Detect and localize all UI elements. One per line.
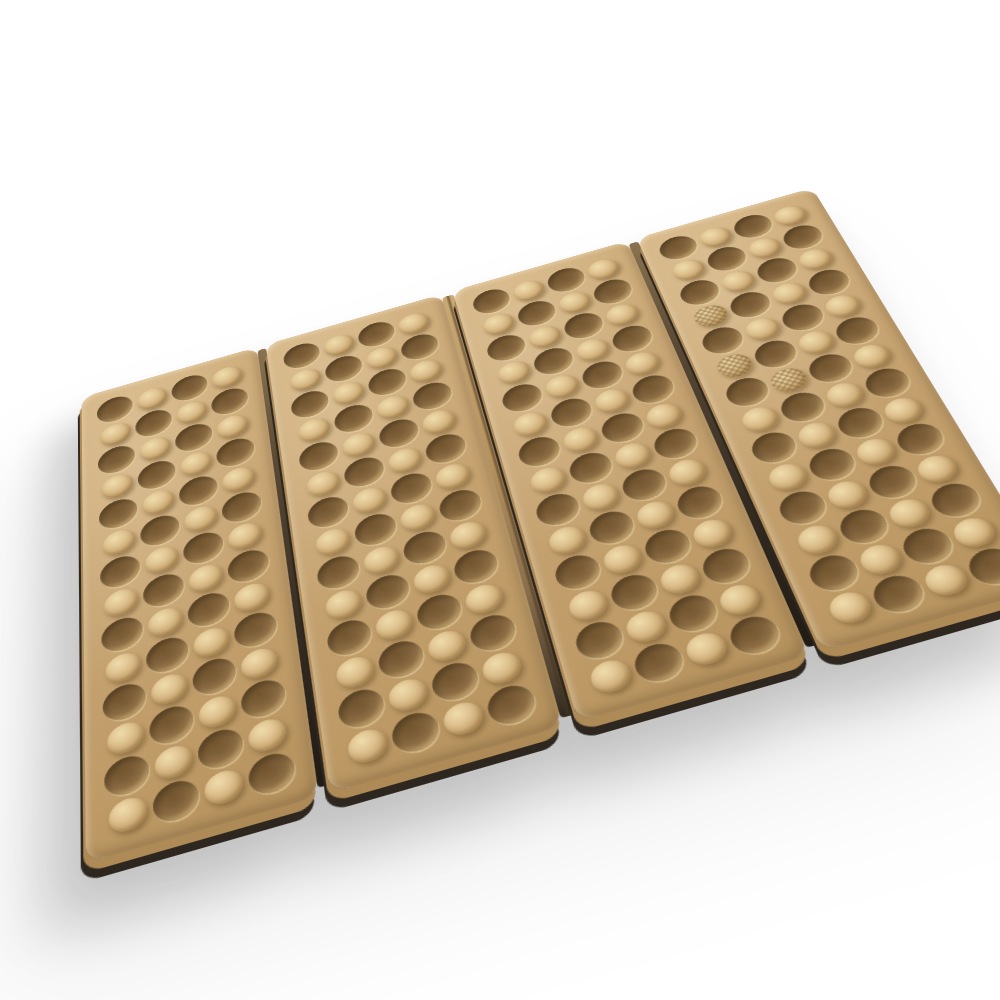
bump xyxy=(441,698,486,739)
bump xyxy=(825,588,877,627)
bump xyxy=(346,725,389,767)
product-photo xyxy=(0,0,1000,1000)
bump xyxy=(108,793,147,836)
bump xyxy=(203,766,244,808)
bump xyxy=(920,561,973,600)
bump xyxy=(587,656,634,696)
bump xyxy=(682,629,731,669)
pad-perspective-wrapper xyxy=(81,188,1000,863)
bump xyxy=(948,514,1000,551)
foam-seat-pad xyxy=(81,188,1000,863)
